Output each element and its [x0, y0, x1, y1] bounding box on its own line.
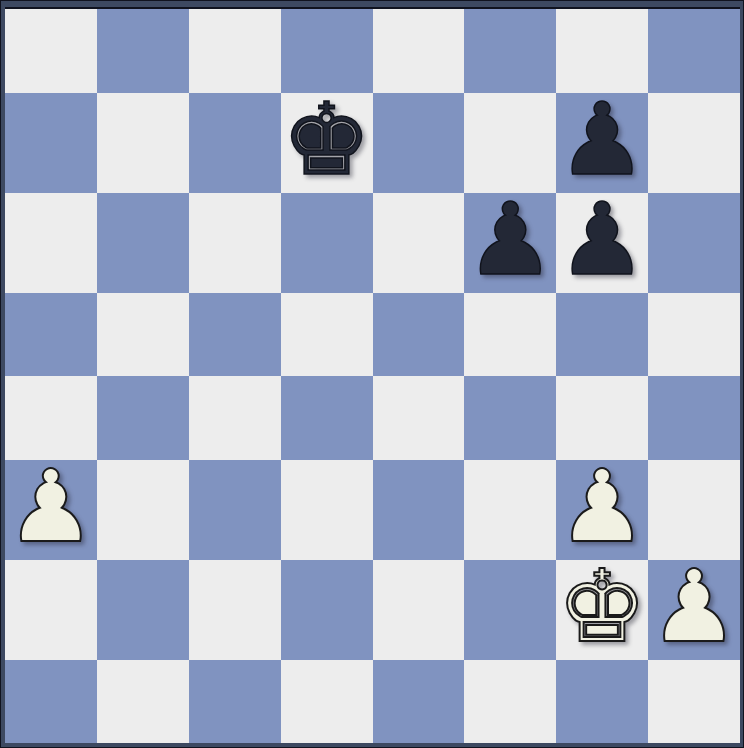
square-h4[interactable] — [648, 376, 740, 460]
square-d7[interactable]: ♚ — [281, 93, 373, 193]
square-c7[interactable] — [189, 93, 281, 193]
square-f5[interactable] — [464, 293, 556, 377]
chess-board-frame: ♚♟♟♟♟♟♚♟ — [0, 0, 744, 748]
piece-white-pawn[interactable]: ♟ — [6, 457, 96, 557]
square-h2[interactable]: ♟ — [648, 560, 740, 660]
square-b8[interactable] — [97, 9, 189, 93]
square-e7[interactable] — [373, 93, 465, 193]
square-a2[interactable] — [5, 560, 97, 660]
square-d6[interactable] — [281, 193, 373, 293]
square-f4[interactable] — [464, 376, 556, 460]
square-a8[interactable] — [5, 9, 97, 93]
square-c4[interactable] — [189, 376, 281, 460]
square-c5[interactable] — [189, 293, 281, 377]
square-d4[interactable] — [281, 376, 373, 460]
square-e8[interactable] — [373, 9, 465, 93]
square-b1[interactable] — [97, 660, 189, 744]
square-f7[interactable] — [464, 93, 556, 193]
square-g1[interactable] — [556, 660, 648, 744]
piece-black-pawn[interactable]: ♟ — [557, 190, 647, 290]
square-a6[interactable] — [5, 193, 97, 293]
piece-black-pawn[interactable]: ♟ — [557, 90, 647, 190]
square-b5[interactable] — [97, 293, 189, 377]
square-c6[interactable] — [189, 193, 281, 293]
square-h8[interactable] — [648, 9, 740, 93]
piece-black-pawn[interactable]: ♟ — [465, 190, 555, 290]
square-e6[interactable] — [373, 193, 465, 293]
square-c3[interactable] — [189, 460, 281, 560]
square-a1[interactable] — [5, 660, 97, 744]
square-d1[interactable] — [281, 660, 373, 744]
square-f8[interactable] — [464, 9, 556, 93]
chess-board: ♚♟♟♟♟♟♚♟ — [5, 7, 740, 743]
square-g2[interactable]: ♚ — [556, 560, 648, 660]
square-g6[interactable]: ♟ — [556, 193, 648, 293]
square-b7[interactable] — [97, 93, 189, 193]
piece-white-pawn[interactable]: ♟ — [649, 557, 739, 657]
piece-black-king[interactable]: ♚ — [282, 90, 372, 190]
square-h7[interactable] — [648, 93, 740, 193]
square-e5[interactable] — [373, 293, 465, 377]
square-c2[interactable] — [189, 560, 281, 660]
square-c8[interactable] — [189, 9, 281, 93]
square-a3[interactable]: ♟ — [5, 460, 97, 560]
square-e1[interactable] — [373, 660, 465, 744]
square-b2[interactable] — [97, 560, 189, 660]
square-b4[interactable] — [97, 376, 189, 460]
square-b6[interactable] — [97, 193, 189, 293]
square-d5[interactable] — [281, 293, 373, 377]
square-a7[interactable] — [5, 93, 97, 193]
square-b3[interactable] — [97, 460, 189, 560]
square-g7[interactable]: ♟ — [556, 93, 648, 193]
square-f3[interactable] — [464, 460, 556, 560]
square-c1[interactable] — [189, 660, 281, 744]
square-h5[interactable] — [648, 293, 740, 377]
square-g5[interactable] — [556, 293, 648, 377]
square-d3[interactable] — [281, 460, 373, 560]
square-e3[interactable] — [373, 460, 465, 560]
piece-white-pawn[interactable]: ♟ — [557, 457, 647, 557]
square-f6[interactable]: ♟ — [464, 193, 556, 293]
square-h3[interactable] — [648, 460, 740, 560]
square-e2[interactable] — [373, 560, 465, 660]
square-e4[interactable] — [373, 376, 465, 460]
square-f1[interactable] — [464, 660, 556, 744]
square-h1[interactable] — [648, 660, 740, 744]
square-g3[interactable]: ♟ — [556, 460, 648, 560]
piece-white-king[interactable]: ♚ — [557, 557, 647, 657]
square-f2[interactable] — [464, 560, 556, 660]
square-d2[interactable] — [281, 560, 373, 660]
square-a5[interactable] — [5, 293, 97, 377]
square-h6[interactable] — [648, 193, 740, 293]
